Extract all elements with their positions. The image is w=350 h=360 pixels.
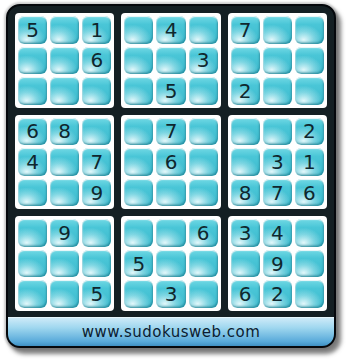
cell-r2c4[interactable] (124, 47, 153, 75)
given-digit: 6 (239, 284, 252, 304)
given-digit: 6 (303, 183, 316, 203)
cell-r3c9[interactable] (295, 77, 324, 105)
cell-r3c4[interactable] (124, 77, 153, 105)
given-digit: 9 (90, 183, 103, 203)
cell-r6c9[interactable]: 6 (295, 179, 324, 207)
cell-r4c5[interactable]: 7 (156, 118, 185, 146)
cell-r7c4[interactable] (124, 219, 153, 247)
cell-r4c1[interactable]: 6 (18, 118, 47, 146)
box-1-2: 231876 (228, 115, 327, 210)
given-digit: 3 (197, 50, 210, 70)
cell-r2c1[interactable] (18, 47, 47, 75)
cell-r1c8[interactable] (263, 16, 292, 44)
given-digit: 6 (197, 223, 210, 243)
given-digit: 9 (271, 254, 284, 274)
box-0-0: 516 (15, 13, 114, 108)
cell-r5c4[interactable] (124, 148, 153, 176)
given-digit: 5 (90, 284, 103, 304)
cell-r8c3[interactable] (82, 250, 111, 278)
cell-r9c2[interactable] (50, 280, 79, 308)
cell-r3c8[interactable] (263, 77, 292, 105)
box-0-1: 435 (121, 13, 220, 108)
sudoku-board: 5164357268479762318769565334962 www.sudo… (6, 4, 336, 348)
cell-r6c8[interactable]: 7 (263, 179, 292, 207)
cell-r6c6[interactable] (189, 179, 218, 207)
cell-r5c3[interactable]: 7 (82, 148, 111, 176)
cell-r3c5[interactable]: 5 (156, 77, 185, 105)
cell-r8c8[interactable]: 9 (263, 250, 292, 278)
cell-r1c7[interactable]: 7 (231, 16, 260, 44)
cell-r4c4[interactable] (124, 118, 153, 146)
cell-r5c1[interactable]: 4 (18, 148, 47, 176)
box-2-0: 95 (15, 216, 114, 311)
given-digit: 4 (165, 20, 178, 40)
cell-r9c9[interactable] (295, 280, 324, 308)
cell-r5c2[interactable] (50, 148, 79, 176)
given-digit: 1 (303, 152, 316, 172)
cell-r9c6[interactable] (189, 280, 218, 308)
cell-r8c7[interactable] (231, 250, 260, 278)
cell-r8c5[interactable] (156, 250, 185, 278)
cell-r8c6[interactable] (189, 250, 218, 278)
cell-r9c5[interactable]: 3 (156, 280, 185, 308)
cell-r7c2[interactable]: 9 (50, 219, 79, 247)
cell-r7c8[interactable]: 4 (263, 219, 292, 247)
given-digit: 7 (271, 183, 284, 203)
given-digit: 7 (165, 121, 178, 141)
cell-r5c6[interactable] (189, 148, 218, 176)
cell-r7c1[interactable] (18, 219, 47, 247)
cell-r5c8[interactable]: 3 (263, 148, 292, 176)
cell-r6c1[interactable] (18, 179, 47, 207)
cell-r8c4[interactable]: 5 (124, 250, 153, 278)
cell-r5c5[interactable]: 6 (156, 148, 185, 176)
cell-r8c1[interactable] (18, 250, 47, 278)
box-1-0: 68479 (15, 115, 114, 210)
given-digit: 5 (26, 20, 39, 40)
cell-r9c4[interactable] (124, 280, 153, 308)
cell-r2c7[interactable] (231, 47, 260, 75)
cell-r1c9[interactable] (295, 16, 324, 44)
cell-r5c9[interactable]: 1 (295, 148, 324, 176)
cell-r1c2[interactable] (50, 16, 79, 44)
cell-r2c3[interactable]: 6 (82, 47, 111, 75)
cell-r9c1[interactable] (18, 280, 47, 308)
cell-r3c6[interactable] (189, 77, 218, 105)
site-url-link[interactable]: www.sudokusweb.com (82, 323, 261, 341)
given-digit: 6 (165, 152, 178, 172)
cell-r2c6[interactable]: 3 (189, 47, 218, 75)
cell-r6c7[interactable]: 8 (231, 179, 260, 207)
cell-r6c4[interactable] (124, 179, 153, 207)
box-2-1: 653 (121, 216, 220, 311)
cell-r1c1[interactable]: 5 (18, 16, 47, 44)
cell-r3c7[interactable]: 2 (231, 77, 260, 105)
cell-r4c6[interactable] (189, 118, 218, 146)
given-digit: 2 (303, 121, 316, 141)
given-digit: 2 (239, 81, 252, 101)
cell-r9c8[interactable]: 2 (263, 280, 292, 308)
given-digit: 7 (90, 152, 103, 172)
cell-r8c2[interactable] (50, 250, 79, 278)
cell-r6c2[interactable] (50, 179, 79, 207)
cell-r4c8[interactable] (263, 118, 292, 146)
cell-r3c1[interactable] (18, 77, 47, 105)
box-2-2: 34962 (228, 216, 327, 311)
sudoku-grid: 5164357268479762318769565334962 (8, 6, 334, 317)
cell-r1c4[interactable] (124, 16, 153, 44)
given-digit: 9 (58, 223, 71, 243)
cell-r2c8[interactable] (263, 47, 292, 75)
given-digit: 8 (58, 121, 71, 141)
cell-r1c6[interactable] (189, 16, 218, 44)
given-digit: 5 (165, 81, 178, 101)
given-digit: 1 (90, 20, 103, 40)
cell-r6c5[interactable] (156, 179, 185, 207)
cell-r2c9[interactable] (295, 47, 324, 75)
given-digit: 4 (26, 152, 39, 172)
cell-r3c3[interactable] (82, 77, 111, 105)
cell-r2c2[interactable] (50, 47, 79, 75)
box-1-1: 76 (121, 115, 220, 210)
given-digit: 4 (271, 223, 284, 243)
cell-r2c5[interactable] (156, 47, 185, 75)
cell-r5c7[interactable] (231, 148, 260, 176)
cell-r7c9[interactable] (295, 219, 324, 247)
given-digit: 2 (271, 284, 284, 304)
cell-r7c7[interactable]: 3 (231, 219, 260, 247)
cell-r4c3[interactable] (82, 118, 111, 146)
cell-r4c7[interactable] (231, 118, 260, 146)
cell-r4c2[interactable]: 8 (50, 118, 79, 146)
given-digit: 5 (133, 254, 146, 274)
cell-r1c5[interactable]: 4 (156, 16, 185, 44)
cell-r3c2[interactable] (50, 77, 79, 105)
given-digit: 3 (271, 152, 284, 172)
box-0-2: 72 (228, 13, 327, 108)
footer-bar: www.sudokusweb.com (8, 317, 334, 346)
cell-r9c7[interactable]: 6 (231, 280, 260, 308)
given-digit: 6 (90, 50, 103, 70)
cell-r8c9[interactable] (295, 250, 324, 278)
cell-r7c5[interactable] (156, 219, 185, 247)
given-digit: 3 (165, 284, 178, 304)
given-digit: 8 (239, 183, 252, 203)
cell-r7c6[interactable]: 6 (189, 219, 218, 247)
given-digit: 3 (239, 223, 252, 243)
given-digit: 7 (239, 20, 252, 40)
cell-r4c9[interactable]: 2 (295, 118, 324, 146)
cell-r6c3[interactable]: 9 (82, 179, 111, 207)
given-digit: 6 (26, 121, 39, 141)
cell-r9c3[interactable]: 5 (82, 280, 111, 308)
cell-r1c3[interactable]: 1 (82, 16, 111, 44)
cell-r7c3[interactable] (82, 219, 111, 247)
